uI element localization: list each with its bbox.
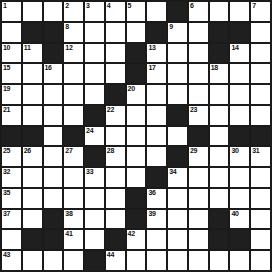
- white-cell-r0c6[interactable]: 5: [127, 2, 146, 21]
- white-cell-r7c9[interactable]: 29: [189, 147, 208, 166]
- black-cell-r2c6: [127, 44, 146, 63]
- clue-number-23: 23: [190, 106, 197, 114]
- white-cell-r10c12[interactable]: [251, 210, 270, 229]
- white-cell-r3c11[interactable]: [230, 64, 249, 83]
- white-cell-r10c3[interactable]: 38: [64, 210, 83, 229]
- clue-number-4: 4: [107, 2, 111, 10]
- clue-number-29: 29: [190, 147, 197, 155]
- black-cell-r7c4: [85, 147, 104, 166]
- white-cell-r0c12[interactable]: 7: [251, 2, 270, 21]
- white-cell-r0c0[interactable]: 1: [2, 2, 21, 21]
- white-cell-r10c11[interactable]: 40: [230, 210, 249, 229]
- black-cell-r1c10: [210, 23, 229, 42]
- clue-number-15: 15: [3, 64, 10, 72]
- white-cell-r8c11[interactable]: [230, 168, 249, 187]
- black-cell-r6c11: [230, 127, 249, 146]
- white-cell-r12c5[interactable]: 44: [106, 251, 125, 270]
- black-cell-r6c0: [2, 127, 21, 146]
- white-cell-r6c7[interactable]: [147, 127, 166, 146]
- white-cell-r12c3[interactable]: [64, 251, 83, 270]
- white-cell-r4c7[interactable]: [147, 85, 166, 104]
- black-cell-r11c10: [210, 230, 229, 249]
- white-cell-r0c1[interactable]: [23, 2, 42, 21]
- clue-number-26: 26: [24, 147, 31, 155]
- white-cell-r4c1[interactable]: [23, 85, 42, 104]
- clue-number-7: 7: [252, 2, 256, 10]
- clue-number-31: 31: [252, 147, 259, 155]
- white-cell-r3c3[interactable]: [64, 64, 83, 83]
- white-cell-r10c1[interactable]: [23, 210, 42, 229]
- white-cell-r4c8[interactable]: [168, 85, 187, 104]
- white-cell-r4c6[interactable]: 20: [127, 85, 146, 104]
- clue-number-18: 18: [211, 64, 218, 72]
- black-cell-r1c11: [230, 23, 249, 42]
- white-cell-r12c11[interactable]: [230, 251, 249, 270]
- white-cell-r1c9[interactable]: [189, 23, 208, 42]
- white-cell-r11c4[interactable]: [85, 230, 104, 249]
- white-cell-r1c8[interactable]: 9: [168, 23, 187, 42]
- black-cell-r6c1: [23, 127, 42, 146]
- white-cell-r3c4[interactable]: [85, 64, 104, 83]
- white-cell-r3c8[interactable]: [168, 64, 187, 83]
- white-cell-r7c11[interactable]: 30: [230, 147, 249, 166]
- white-cell-r10c4[interactable]: [85, 210, 104, 229]
- white-cell-r12c2[interactable]: [44, 251, 63, 270]
- white-cell-r4c3[interactable]: [64, 85, 83, 104]
- white-cell-r5c1[interactable]: [23, 106, 42, 125]
- white-cell-r8c10[interactable]: [210, 168, 229, 187]
- white-cell-r4c4[interactable]: [85, 85, 104, 104]
- white-cell-r0c7[interactable]: [147, 2, 166, 21]
- white-cell-r8c5[interactable]: [106, 168, 125, 187]
- white-cell-r8c3[interactable]: [64, 168, 83, 187]
- clue-number-2: 2: [65, 2, 69, 10]
- white-cell-r2c1[interactable]: 11: [23, 44, 42, 63]
- clue-number-42: 42: [128, 230, 135, 238]
- clue-number-33: 33: [86, 168, 93, 176]
- white-cell-r8c1[interactable]: [23, 168, 42, 187]
- white-cell-r0c2[interactable]: [44, 2, 63, 21]
- white-cell-r6c8[interactable]: [168, 127, 187, 146]
- white-cell-r8c6[interactable]: [127, 168, 146, 187]
- white-cell-r4c0[interactable]: 19: [2, 85, 21, 104]
- clue-number-38: 38: [65, 210, 72, 218]
- white-cell-r4c12[interactable]: [251, 85, 270, 104]
- clue-number-16: 16: [45, 64, 52, 72]
- black-cell-r3c6: [127, 64, 146, 83]
- white-cell-r12c9[interactable]: [189, 251, 208, 270]
- white-cell-r4c2[interactable]: [44, 85, 63, 104]
- clue-number-43: 43: [3, 251, 10, 259]
- white-cell-r7c7[interactable]: [147, 147, 166, 166]
- white-cell-r2c3[interactable]: 12: [64, 44, 83, 63]
- white-cell-r3c2[interactable]: 16: [44, 64, 63, 83]
- white-cell-r3c0[interactable]: 15: [2, 64, 21, 83]
- white-cell-r6c4[interactable]: 24: [85, 127, 104, 146]
- white-cell-r1c4[interactable]: [85, 23, 104, 42]
- clue-number-36: 36: [148, 189, 155, 197]
- clue-number-32: 32: [3, 168, 10, 176]
- white-cell-r9c11[interactable]: [230, 189, 249, 208]
- white-cell-r8c2[interactable]: [44, 168, 63, 187]
- white-cell-r11c0[interactable]: [2, 230, 21, 249]
- black-cell-r9c6: [127, 189, 146, 208]
- white-cell-r2c9[interactable]: [189, 44, 208, 63]
- white-cell-r7c2[interactable]: [44, 147, 63, 166]
- clue-number-34: 34: [169, 168, 176, 176]
- white-cell-r2c8[interactable]: [168, 44, 187, 63]
- clue-number-20: 20: [128, 85, 135, 93]
- black-cell-r5c8: [168, 106, 187, 125]
- clue-number-13: 13: [148, 44, 155, 52]
- white-cell-r6c5[interactable]: [106, 127, 125, 146]
- white-cell-r0c5[interactable]: 4: [106, 2, 125, 21]
- white-cell-r4c10[interactable]: [210, 85, 229, 104]
- white-cell-r3c1[interactable]: [23, 64, 42, 83]
- clue-number-11: 11: [24, 44, 31, 52]
- white-cell-r3c12[interactable]: [251, 64, 270, 83]
- black-cell-r8c7: [147, 168, 166, 187]
- clue-number-22: 22: [107, 106, 114, 114]
- white-cell-r9c1[interactable]: [23, 189, 42, 208]
- white-cell-r10c9[interactable]: [189, 210, 208, 229]
- white-cell-r8c8[interactable]: 34: [168, 168, 187, 187]
- white-cell-r7c12[interactable]: 31: [251, 147, 270, 166]
- white-cell-r9c10[interactable]: [210, 189, 229, 208]
- black-cell-r10c10: [210, 210, 229, 229]
- white-cell-r8c0[interactable]: 32: [2, 168, 21, 187]
- black-cell-r12c4: [85, 251, 104, 270]
- white-cell-r12c6[interactable]: [127, 251, 146, 270]
- clue-number-19: 19: [3, 85, 10, 93]
- black-cell-r1c2: [44, 23, 63, 42]
- white-cell-r7c0[interactable]: 25: [2, 147, 21, 166]
- white-cell-r7c10[interactable]: [210, 147, 229, 166]
- white-cell-r6c2[interactable]: [44, 127, 63, 146]
- black-cell-r2c2: [44, 44, 63, 63]
- white-cell-r5c2[interactable]: [44, 106, 63, 125]
- white-cell-r9c9[interactable]: [189, 189, 208, 208]
- white-cell-r1c6[interactable]: [127, 23, 146, 42]
- black-cell-r11c1: [23, 230, 42, 249]
- clue-number-12: 12: [65, 44, 72, 52]
- clue-number-9: 9: [169, 23, 173, 31]
- clue-number-27: 27: [65, 147, 72, 155]
- white-cell-r1c0[interactable]: [2, 23, 21, 42]
- clue-number-37: 37: [3, 210, 10, 218]
- white-cell-r10c5[interactable]: [106, 210, 125, 229]
- white-cell-r0c11[interactable]: [230, 2, 249, 21]
- clue-number-10: 10: [3, 44, 10, 52]
- white-cell-r2c5[interactable]: [106, 44, 125, 63]
- white-cell-r2c4[interactable]: [85, 44, 104, 63]
- white-cell-r12c12[interactable]: [251, 251, 270, 270]
- black-cell-r6c12: [251, 127, 270, 146]
- clue-number-14: 14: [231, 44, 238, 52]
- white-cell-r7c1[interactable]: 26: [23, 147, 42, 166]
- white-cell-r0c9[interactable]: 6: [189, 2, 208, 21]
- white-cell-r11c6[interactable]: 42: [127, 230, 146, 249]
- white-cell-r5c0[interactable]: 21: [2, 106, 21, 125]
- white-cell-r9c12[interactable]: [251, 189, 270, 208]
- clue-number-17: 17: [148, 64, 155, 72]
- white-cell-r1c5[interactable]: [106, 23, 125, 42]
- white-cell-r5c11[interactable]: [230, 106, 249, 125]
- black-cell-r5c4: [85, 106, 104, 125]
- white-cell-r5c9[interactable]: 23: [189, 106, 208, 125]
- clue-number-39: 39: [148, 210, 155, 218]
- white-cell-r9c2[interactable]: [44, 189, 63, 208]
- white-cell-r7c5[interactable]: 28: [106, 147, 125, 166]
- black-cell-r0c8: [168, 2, 187, 21]
- white-cell-r12c8[interactable]: [168, 251, 187, 270]
- white-cell-r8c12[interactable]: [251, 168, 270, 187]
- black-cell-r10c2: [44, 210, 63, 229]
- white-cell-r2c0[interactable]: 10: [2, 44, 21, 63]
- white-cell-r9c0[interactable]: 35: [2, 189, 21, 208]
- white-cell-r1c3[interactable]: 8: [64, 23, 83, 42]
- clue-number-44: 44: [107, 251, 114, 259]
- white-cell-r9c4[interactable]: [85, 189, 104, 208]
- clue-number-41: 41: [65, 230, 72, 238]
- clue-number-8: 8: [65, 23, 69, 31]
- white-cell-r5c6[interactable]: [127, 106, 146, 125]
- white-cell-r8c4[interactable]: 33: [85, 168, 104, 187]
- white-cell-r5c3[interactable]: [64, 106, 83, 125]
- clue-number-28: 28: [107, 147, 114, 155]
- white-cell-r12c10[interactable]: [210, 251, 229, 270]
- clue-number-40: 40: [231, 210, 238, 218]
- white-cell-r0c10[interactable]: [210, 2, 229, 21]
- clue-number-21: 21: [3, 106, 10, 114]
- white-cell-r5c7[interactable]: [147, 106, 166, 125]
- white-cell-r12c7[interactable]: [147, 251, 166, 270]
- clue-number-5: 5: [128, 2, 132, 10]
- white-cell-r11c7[interactable]: [147, 230, 166, 249]
- white-cell-r9c8[interactable]: [168, 189, 187, 208]
- black-cell-r6c3: [64, 127, 83, 146]
- white-cell-r9c5[interactable]: [106, 189, 125, 208]
- white-cell-r7c3[interactable]: 27: [64, 147, 83, 166]
- white-cell-r4c9[interactable]: [189, 85, 208, 104]
- black-cell-r4c5: [106, 85, 125, 104]
- black-cell-r11c2: [44, 230, 63, 249]
- white-cell-r3c5[interactable]: [106, 64, 125, 83]
- black-cell-r11c5: [106, 230, 125, 249]
- white-cell-r6c6[interactable]: [127, 127, 146, 146]
- white-cell-r10c8[interactable]: [168, 210, 187, 229]
- white-cell-r2c11[interactable]: 14: [230, 44, 249, 63]
- white-cell-r11c3[interactable]: 41: [64, 230, 83, 249]
- white-cell-r9c3[interactable]: [64, 189, 83, 208]
- white-cell-r5c10[interactable]: [210, 106, 229, 125]
- white-cell-r12c0[interactable]: 43: [2, 251, 21, 270]
- white-cell-r2c12[interactable]: [251, 44, 270, 63]
- clue-number-25: 25: [3, 147, 10, 155]
- white-cell-r1c12[interactable]: [251, 23, 270, 42]
- white-cell-r9c7[interactable]: 36: [147, 189, 166, 208]
- black-cell-r2c10: [210, 44, 229, 63]
- white-cell-r3c9[interactable]: [189, 64, 208, 83]
- crossword-board: 1234567891011121314151617181920212223242…: [0, 0, 272, 272]
- black-cell-r11c11: [230, 230, 249, 249]
- clue-number-30: 30: [231, 147, 238, 155]
- clue-number-1: 1: [3, 2, 7, 10]
- black-cell-r1c1: [23, 23, 42, 42]
- white-cell-r8c9[interactable]: [189, 168, 208, 187]
- black-cell-r1c7: [147, 23, 166, 42]
- white-cell-r11c8[interactable]: [168, 230, 187, 249]
- black-cell-r10c6: [127, 210, 146, 229]
- white-cell-r3c7[interactable]: 17: [147, 64, 166, 83]
- white-cell-r0c3[interactable]: 2: [64, 2, 83, 21]
- black-cell-r7c8: [168, 147, 187, 166]
- white-cell-r4c11[interactable]: [230, 85, 249, 104]
- clue-number-35: 35: [3, 189, 10, 197]
- white-cell-r11c12[interactable]: [251, 230, 270, 249]
- clue-number-24: 24: [86, 127, 93, 135]
- white-cell-r3c10[interactable]: 18: [210, 64, 229, 83]
- white-cell-r6c10[interactable]: [210, 127, 229, 146]
- white-cell-r2c7[interactable]: 13: [147, 44, 166, 63]
- white-cell-r0c4[interactable]: 3: [85, 2, 104, 21]
- white-cell-r10c0[interactable]: 37: [2, 210, 21, 229]
- clue-number-6: 6: [190, 2, 194, 10]
- white-cell-r10c7[interactable]: 39: [147, 210, 166, 229]
- white-cell-r12c1[interactable]: [23, 251, 42, 270]
- white-cell-r11c9[interactable]: [189, 230, 208, 249]
- white-cell-r5c5[interactable]: 22: [106, 106, 125, 125]
- white-cell-r5c12[interactable]: [251, 106, 270, 125]
- black-cell-r6c9: [189, 127, 208, 146]
- white-cell-r7c6[interactable]: [127, 147, 146, 166]
- clue-number-3: 3: [86, 2, 90, 10]
